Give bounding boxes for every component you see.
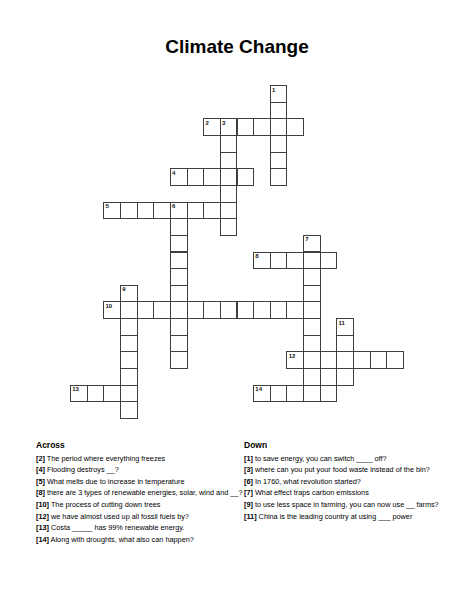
grid-cell-r11c6[interactable] xyxy=(170,268,188,286)
grid-cell-r7c7[interactable] xyxy=(187,202,205,220)
down-clue-number-7: [7] xyxy=(244,488,253,497)
grid-cell-r5c12[interactable] xyxy=(270,168,288,186)
grid-cell-r18c2[interactable] xyxy=(103,385,121,403)
grid-cell-r10c13[interactable] xyxy=(286,252,304,270)
grid-cell-r18c15[interactable] xyxy=(320,385,338,403)
grid-cell-r13c14[interactable] xyxy=(303,301,321,319)
grid-cell-r13c2[interactable]: 10 xyxy=(103,301,121,319)
grid-cell-r14c3[interactable] xyxy=(120,318,138,336)
across-clue-4: [4] Flooding destroys __? xyxy=(36,464,244,476)
grid-cell-r0c12[interactable]: 1 xyxy=(270,85,288,103)
grid-cell-r15c14[interactable] xyxy=(303,335,321,353)
grid-cell-r18c12[interactable] xyxy=(270,385,288,403)
grid-cell-r12c14[interactable] xyxy=(303,285,321,303)
down-clue-1: [1] to save energy, you can switch ____ … xyxy=(244,453,446,465)
grid-cell-r18c13[interactable] xyxy=(286,385,304,403)
across-clue-number-4: [4] xyxy=(36,465,45,474)
grid-cell-r18c3[interactable] xyxy=(120,385,138,403)
down-header: Down xyxy=(244,440,446,452)
grid-cell-r10c6[interactable] xyxy=(170,252,188,270)
cell-number-14: 14 xyxy=(255,386,262,392)
across-clue-number-10: [10] xyxy=(36,500,49,509)
grid-cell-r5c10[interactable] xyxy=(237,168,255,186)
cell-number-10: 10 xyxy=(105,303,112,309)
grid-cell-r9c6[interactable] xyxy=(170,235,188,253)
across-clue-number-12: [12] xyxy=(36,512,49,521)
grid-cell-r19c3[interactable] xyxy=(120,401,138,419)
grid-cell-r7c5[interactable] xyxy=(153,202,171,220)
grid-cell-r15c6[interactable] xyxy=(170,335,188,353)
grid-cell-r15c3[interactable] xyxy=(120,335,138,353)
grid-cell-r3c12[interactable] xyxy=(270,135,288,153)
grid-cell-r13c7[interactable] xyxy=(187,301,205,319)
grid-cell-r13c5[interactable] xyxy=(153,301,171,319)
grid-cell-r13c10[interactable] xyxy=(237,301,255,319)
down-clues-column: Down [1] to save energy, you can switch … xyxy=(244,440,446,522)
grid-cell-r16c16[interactable] xyxy=(336,351,354,369)
grid-cell-r7c3[interactable] xyxy=(120,202,138,220)
across-header: Across xyxy=(36,440,244,452)
grid-cell-r7c2[interactable]: 5 xyxy=(103,202,121,220)
grid-cell-r18c11[interactable]: 14 xyxy=(253,385,271,403)
down-clue-number-3: [3] xyxy=(244,465,253,474)
grid-cell-r17c14[interactable] xyxy=(303,368,321,386)
across-clue-14: [14] Along with droughts, what also can … xyxy=(36,534,244,546)
grid-cell-r10c14[interactable] xyxy=(303,252,321,270)
grid-cell-r16c14[interactable] xyxy=(303,351,321,369)
across-clue-number-5: [5] xyxy=(36,477,45,486)
grid-cell-r12c3[interactable]: 9 xyxy=(120,285,138,303)
grid-cell-r1c12[interactable] xyxy=(270,102,288,120)
grid-cell-r5c9[interactable] xyxy=(220,168,238,186)
grid-cell-r7c6[interactable]: 6 xyxy=(170,202,188,220)
crossword-grid: 1234567891011121314 xyxy=(70,85,404,419)
cell-number-2: 2 xyxy=(205,120,208,126)
grid-cell-r16c3[interactable] xyxy=(120,351,138,369)
grid-cell-r9c14[interactable]: 7 xyxy=(303,235,321,253)
cell-number-7: 7 xyxy=(305,236,308,242)
grid-cell-r16c13[interactable]: 12 xyxy=(286,351,304,369)
grid-cell-r10c12[interactable] xyxy=(270,252,288,270)
cell-number-1: 1 xyxy=(272,87,275,93)
puzzle-title: Climate Change xyxy=(0,36,474,58)
grid-cell-r2c11[interactable] xyxy=(253,118,271,136)
across-clue-2: [2] The period where everything freezes xyxy=(36,453,244,465)
grid-cell-r10c11[interactable]: 8 xyxy=(253,252,271,270)
down-clue-7: [7] What effect traps carbon emissions xyxy=(244,487,446,499)
page: Climate Change 1234567891011121314 Acros… xyxy=(0,0,474,613)
across-clue-12: [12] we have almost used up all fossil f… xyxy=(36,511,244,523)
grid-cell-r17c16[interactable] xyxy=(336,368,354,386)
cell-number-11: 11 xyxy=(339,320,345,326)
grid-cell-r13c8[interactable] xyxy=(203,301,221,319)
cell-number-4: 4 xyxy=(172,170,175,176)
cell-number-12: 12 xyxy=(289,353,296,359)
grid-cell-r18c0[interactable]: 13 xyxy=(70,385,88,403)
grid-cell-r5c6[interactable]: 4 xyxy=(170,168,188,186)
grid-cell-r2c9[interactable]: 3 xyxy=(220,118,238,136)
down-clue-9: [9] to use less space in farming, you ca… xyxy=(244,499,446,511)
grid-cell-r7c9[interactable] xyxy=(220,202,238,220)
grid-cell-r13c11[interactable] xyxy=(253,301,271,319)
grid-cell-r13c12[interactable] xyxy=(270,301,288,319)
grid-cell-r13c13[interactable] xyxy=(286,301,304,319)
across-clue-number-14: [14] xyxy=(36,535,49,544)
across-clues-column: Across [2] The period where everything f… xyxy=(36,440,244,545)
grid-cell-r8c6[interactable] xyxy=(170,218,188,236)
across-clue-5: [5] What melts due to increase in temper… xyxy=(36,476,244,488)
cell-number-9: 9 xyxy=(122,286,125,292)
grid-cell-r11c14[interactable] xyxy=(303,268,321,286)
grid-cell-r13c4[interactable] xyxy=(137,301,155,319)
grid-cell-r18c14[interactable] xyxy=(303,385,321,403)
grid-cell-r4c9[interactable] xyxy=(220,152,238,170)
cell-number-5: 5 xyxy=(105,203,108,209)
grid-cell-r16c15[interactable] xyxy=(320,351,338,369)
grid-cell-r16c6[interactable] xyxy=(170,351,188,369)
cell-number-6: 6 xyxy=(172,203,175,209)
grid-cell-r18c1[interactable] xyxy=(87,385,105,403)
grid-cell-r14c16[interactable]: 11 xyxy=(336,318,354,336)
grid-cell-r2c8[interactable]: 2 xyxy=(203,118,221,136)
grid-cell-r8c9[interactable] xyxy=(220,218,238,236)
cell-number-3: 3 xyxy=(222,120,225,126)
cell-number-13: 13 xyxy=(72,386,79,392)
grid-cell-r14c14[interactable] xyxy=(303,318,321,336)
across-clue-8: [8] there are 3 types of renewable energ… xyxy=(36,487,244,499)
across-clue-list: [2] The period where everything freezes[… xyxy=(36,453,244,546)
grid-cell-r13c3[interactable] xyxy=(120,301,138,319)
grid-cell-r7c4[interactable] xyxy=(137,202,155,220)
down-clue-number-1: [1] xyxy=(244,454,253,463)
grid-cell-r15c16[interactable] xyxy=(336,335,354,353)
grid-cell-r6c9[interactable] xyxy=(220,185,238,203)
grid-cell-r10c15[interactable] xyxy=(320,252,338,270)
grid-cell-r7c8[interactable] xyxy=(203,202,221,220)
across-clue-number-13: [13] xyxy=(36,523,49,532)
grid-cell-r2c12[interactable] xyxy=(270,118,288,136)
grid-cell-r13c6[interactable] xyxy=(170,301,188,319)
grid-cell-r14c6[interactable] xyxy=(170,318,188,336)
down-clue-number-6: [6] xyxy=(244,477,253,486)
grid-cell-r5c8[interactable] xyxy=(203,168,221,186)
grid-cell-r12c6[interactable] xyxy=(170,285,188,303)
across-clue-10: [10] The process of cutting down trees xyxy=(36,499,244,511)
down-clue-6: [6] In 1760, what revolution started? xyxy=(244,476,446,488)
grid-cell-r3c9[interactable] xyxy=(220,135,238,153)
grid-cell-r4c12[interactable] xyxy=(270,152,288,170)
grid-cell-r2c10[interactable] xyxy=(237,118,255,136)
across-clue-13: [13] Costa _____ has 99% renewable energ… xyxy=(36,522,244,534)
down-clue-3: [3] where can you put your food waste in… xyxy=(244,464,446,476)
grid-cell-r5c7[interactable] xyxy=(187,168,205,186)
grid-cell-r16c19[interactable] xyxy=(386,351,404,369)
grid-cell-r2c13[interactable] xyxy=(286,118,304,136)
down-clue-list: [1] to save energy, you can switch ____ … xyxy=(244,453,446,523)
grid-cell-r13c9[interactable] xyxy=(220,301,238,319)
cell-number-8: 8 xyxy=(255,253,258,259)
down-clue-number-9: [9] xyxy=(244,500,253,509)
down-clue-11: [11] China is the leading country at usi… xyxy=(244,511,446,523)
across-clue-number-2: [2] xyxy=(36,454,45,463)
grid-cell-r16c18[interactable] xyxy=(370,351,388,369)
grid-cell-r16c17[interactable] xyxy=(353,351,371,369)
grid-cell-r17c3[interactable] xyxy=(120,368,138,386)
down-clue-number-11: [11] xyxy=(244,512,257,521)
across-clue-number-8: [8] xyxy=(36,488,45,497)
